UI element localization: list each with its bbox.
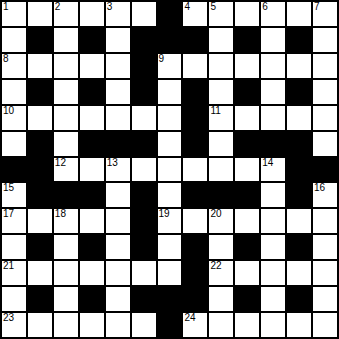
cell-r10c2[interactable] — [54, 261, 78, 285]
cell-r10c4[interactable] — [106, 261, 130, 285]
cell-r10c5[interactable] — [132, 261, 156, 285]
cell-r0c3[interactable] — [80, 2, 104, 26]
cell-r1c2[interactable] — [54, 28, 78, 52]
black-cell-r9c11 — [287, 235, 311, 259]
cell-r7c6[interactable] — [158, 183, 182, 207]
cell-r12c12[interactable] — [313, 313, 337, 337]
cell-r5c2[interactable] — [54, 132, 78, 156]
clue-number-7: 7 — [314, 2, 320, 13]
cell-r9c8[interactable] — [209, 235, 233, 259]
black-cell-r4c7 — [183, 106, 207, 130]
cell-r2c7[interactable] — [183, 54, 207, 78]
clue-number-5: 5 — [210, 2, 216, 13]
cell-r8c0[interactable]: 17 — [2, 209, 26, 233]
black-cell-r7c5 — [132, 183, 156, 207]
clue-number-14: 14 — [262, 158, 273, 169]
cell-r8c4[interactable] — [106, 209, 130, 233]
black-cell-r6c11 — [287, 158, 311, 182]
black-cell-r11c7 — [183, 287, 207, 311]
cell-r6c5[interactable] — [132, 158, 156, 182]
clue-number-12: 12 — [55, 158, 66, 169]
black-cell-r9c9 — [235, 235, 259, 259]
cell-r3c6[interactable] — [158, 80, 182, 104]
cell-r11c4[interactable] — [106, 287, 130, 311]
cell-r10c10[interactable] — [261, 261, 285, 285]
black-cell-r7c8 — [209, 183, 233, 207]
cell-r4c5[interactable] — [132, 106, 156, 130]
clue-number-16: 16 — [314, 183, 325, 194]
cell-r9c4[interactable] — [106, 235, 130, 259]
cell-r2c4[interactable] — [106, 54, 130, 78]
cell-r4c0[interactable]: 10 — [2, 106, 26, 130]
cell-r11c2[interactable] — [54, 287, 78, 311]
clue-number-17: 17 — [3, 209, 14, 220]
cell-r4c3[interactable] — [80, 106, 104, 130]
cell-r0c4[interactable]: 3 — [106, 2, 130, 26]
black-cell-r7c2 — [54, 183, 78, 207]
cell-r0c8[interactable]: 5 — [209, 2, 233, 26]
cell-r12c3[interactable] — [80, 313, 104, 337]
cell-r1c8[interactable] — [209, 28, 233, 52]
clue-number-15: 15 — [3, 183, 14, 194]
cell-r12c5[interactable] — [132, 313, 156, 337]
cell-r5c8[interactable] — [209, 132, 233, 156]
black-cell-r5c5 — [132, 132, 156, 156]
cell-r4c6[interactable] — [158, 106, 182, 130]
black-cell-r3c9 — [235, 80, 259, 104]
black-cell-r5c7 — [183, 132, 207, 156]
cell-r4c8[interactable]: 11 — [209, 106, 233, 130]
cell-r2c11[interactable] — [287, 54, 311, 78]
cell-r4c4[interactable] — [106, 106, 130, 130]
cell-r8c3[interactable] — [80, 209, 104, 233]
black-cell-r1c9 — [235, 28, 259, 52]
black-cell-r6c0 — [2, 158, 26, 182]
cell-r5c0[interactable] — [2, 132, 26, 156]
cell-r8c12[interactable] — [313, 209, 337, 233]
clue-number-10: 10 — [3, 106, 14, 117]
cell-r1c12[interactable] — [313, 28, 337, 52]
cell-r9c10[interactable] — [261, 235, 285, 259]
cell-r0c0[interactable]: 1 — [2, 2, 26, 26]
clue-number-8: 8 — [3, 54, 9, 65]
cell-r12c10[interactable] — [261, 313, 285, 337]
cell-r0c5[interactable] — [132, 2, 156, 26]
cell-r9c12[interactable] — [313, 235, 337, 259]
cell-r6c10[interactable]: 14 — [261, 158, 285, 182]
clue-number-9: 9 — [159, 54, 165, 65]
cell-r12c7[interactable]: 24 — [183, 313, 207, 337]
cell-r0c9[interactable] — [235, 2, 259, 26]
cell-r4c10[interactable] — [261, 106, 285, 130]
cell-r0c10[interactable]: 6 — [261, 2, 285, 26]
cell-r6c6[interactable] — [158, 158, 182, 182]
black-cell-r9c7 — [183, 235, 207, 259]
cell-r12c9[interactable] — [235, 313, 259, 337]
cell-r8c1[interactable] — [28, 209, 52, 233]
cell-r4c1[interactable] — [28, 106, 52, 130]
cell-r4c9[interactable] — [235, 106, 259, 130]
clue-number-6: 6 — [262, 2, 268, 13]
cell-r5c6[interactable] — [158, 132, 182, 156]
cell-r4c12[interactable] — [313, 106, 337, 130]
black-cell-r5c9 — [235, 132, 259, 156]
cell-r1c4[interactable] — [106, 28, 130, 52]
cell-r2c0[interactable]: 8 — [2, 54, 26, 78]
cell-r10c6[interactable] — [158, 261, 182, 285]
cell-r6c8[interactable] — [209, 158, 233, 182]
cell-r3c2[interactable] — [54, 80, 78, 104]
black-cell-r3c5 — [132, 80, 156, 104]
cell-r6c2[interactable]: 12 — [54, 158, 78, 182]
cell-r6c9[interactable] — [235, 158, 259, 182]
cell-r3c12[interactable] — [313, 80, 337, 104]
clue-number-22: 22 — [210, 261, 221, 272]
cell-r4c11[interactable] — [287, 106, 311, 130]
black-cell-r5c11 — [287, 132, 311, 156]
cell-r8c6[interactable]: 19 — [158, 209, 182, 233]
black-cell-r11c6 — [158, 287, 182, 311]
black-cell-r7c9 — [235, 183, 259, 207]
cell-r1c10[interactable] — [261, 28, 285, 52]
clue-number-23: 23 — [3, 313, 14, 324]
black-cell-r11c9 — [235, 287, 259, 311]
cell-r9c6[interactable] — [158, 235, 182, 259]
cell-r0c7[interactable]: 4 — [183, 2, 207, 26]
cell-r8c8[interactable]: 20 — [209, 209, 233, 233]
black-cell-r1c3 — [80, 28, 104, 52]
black-cell-r5c3 — [80, 132, 104, 156]
cell-r10c9[interactable] — [235, 261, 259, 285]
cell-r11c8[interactable] — [209, 287, 233, 311]
cell-r8c7[interactable] — [183, 209, 207, 233]
cell-r0c2[interactable]: 2 — [54, 2, 78, 26]
cell-r0c1[interactable] — [28, 2, 52, 26]
cell-r2c9[interactable] — [235, 54, 259, 78]
cell-r10c0[interactable]: 21 — [2, 261, 26, 285]
clue-number-11: 11 — [210, 106, 220, 117]
black-cell-r3c3 — [80, 80, 104, 104]
black-cell-r6c12 — [313, 158, 337, 182]
black-cell-r7c3 — [80, 183, 104, 207]
black-cell-r9c1 — [28, 235, 52, 259]
black-cell-r2c5 — [132, 54, 156, 78]
cell-r10c8[interactable]: 22 — [209, 261, 233, 285]
clue-number-3: 3 — [107, 2, 113, 13]
black-cell-r10c7 — [183, 261, 207, 285]
black-cell-r11c1 — [28, 287, 52, 311]
black-cell-r3c11 — [287, 80, 311, 104]
cell-r12c4[interactable] — [106, 313, 130, 337]
cell-r12c1[interactable] — [28, 313, 52, 337]
cell-r2c8[interactable] — [209, 54, 233, 78]
cell-r9c2[interactable] — [54, 235, 78, 259]
black-cell-r1c1 — [28, 28, 52, 52]
black-cell-r1c5 — [132, 28, 156, 52]
cell-r2c12[interactable] — [313, 54, 337, 78]
cell-r6c4[interactable]: 13 — [106, 158, 130, 182]
clue-number-2: 2 — [55, 2, 61, 13]
black-cell-r7c7 — [183, 183, 207, 207]
cell-r3c0[interactable] — [2, 80, 26, 104]
crossword-grid: 123456789101112131415161718192021222324 — [0, 0, 339, 339]
cell-r2c10[interactable] — [261, 54, 285, 78]
cell-r7c4[interactable] — [106, 183, 130, 207]
black-cell-r6c1 — [28, 158, 52, 182]
clue-number-1: 1 — [3, 2, 9, 13]
cell-r1c0[interactable] — [2, 28, 26, 52]
black-cell-r11c5 — [132, 287, 156, 311]
cell-r12c8[interactable] — [209, 313, 233, 337]
cell-r12c11[interactable] — [287, 313, 311, 337]
clue-number-24: 24 — [184, 313, 195, 324]
cell-r9c0[interactable] — [2, 235, 26, 259]
black-cell-r11c11 — [287, 287, 311, 311]
cell-r8c10[interactable] — [261, 209, 285, 233]
black-cell-r1c7 — [183, 28, 207, 52]
clue-number-18: 18 — [55, 209, 66, 220]
cell-r2c3[interactable] — [80, 54, 104, 78]
black-cell-r5c4 — [106, 132, 130, 156]
black-cell-r8c5 — [132, 209, 156, 233]
black-cell-r7c11 — [287, 183, 311, 207]
black-cell-r1c6 — [158, 28, 182, 52]
black-cell-r11c3 — [80, 287, 104, 311]
cell-r6c3[interactable] — [80, 158, 104, 182]
black-cell-r7c1 — [28, 183, 52, 207]
black-cell-r9c5 — [132, 235, 156, 259]
clue-number-19: 19 — [159, 209, 170, 220]
clue-number-13: 13 — [107, 158, 118, 169]
cell-r0c11[interactable] — [287, 2, 311, 26]
cell-r0c12[interactable]: 7 — [313, 2, 337, 26]
cell-r11c0[interactable] — [2, 287, 26, 311]
black-cell-r9c3 — [80, 235, 104, 259]
cell-r12c0[interactable]: 23 — [2, 313, 26, 337]
cell-r2c2[interactable] — [54, 54, 78, 78]
black-cell-r1c11 — [287, 28, 311, 52]
cell-r6c7[interactable] — [183, 158, 207, 182]
clue-number-21: 21 — [3, 261, 14, 272]
cell-r5c12[interactable] — [313, 132, 337, 156]
clue-number-20: 20 — [210, 209, 221, 220]
cell-r11c12[interactable] — [313, 287, 337, 311]
cell-r10c1[interactable] — [28, 261, 52, 285]
cell-r8c11[interactable] — [287, 209, 311, 233]
black-cell-r5c1 — [28, 132, 52, 156]
cell-r3c10[interactable] — [261, 80, 285, 104]
cell-r11c10[interactable] — [261, 287, 285, 311]
cell-r7c10[interactable] — [261, 183, 285, 207]
cell-r2c1[interactable] — [28, 54, 52, 78]
cell-r4c2[interactable] — [54, 106, 78, 130]
black-cell-r5c10 — [261, 132, 285, 156]
cell-r10c12[interactable] — [313, 261, 337, 285]
cell-r7c0[interactable]: 15 — [2, 183, 26, 207]
cell-r8c2[interactable]: 18 — [54, 209, 78, 233]
cell-r3c8[interactable] — [209, 80, 233, 104]
cell-r8c9[interactable] — [235, 209, 259, 233]
black-cell-r3c7 — [183, 80, 207, 104]
black-cell-r3c1 — [28, 80, 52, 104]
cell-r3c4[interactable] — [106, 80, 130, 104]
cell-r10c3[interactable] — [80, 261, 104, 285]
black-cell-r12c6 — [158, 313, 182, 337]
cell-r2c6[interactable]: 9 — [158, 54, 182, 78]
cell-r12c2[interactable] — [54, 313, 78, 337]
cell-r10c11[interactable] — [287, 261, 311, 285]
black-cell-r0c6 — [158, 2, 182, 26]
cell-r7c12[interactable]: 16 — [313, 183, 337, 207]
clue-number-4: 4 — [184, 2, 190, 13]
